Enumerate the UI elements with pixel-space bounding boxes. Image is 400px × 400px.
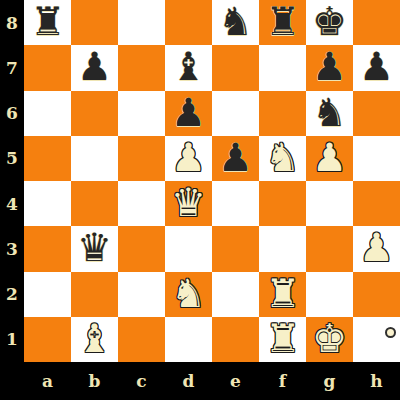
piece-white-king[interactable]: ♚ bbox=[312, 319, 347, 358]
square-e5[interactable]: ♟ bbox=[212, 136, 259, 181]
square-c5[interactable] bbox=[118, 136, 165, 181]
piece-black-knight[interactable]: ♞ bbox=[312, 93, 347, 132]
piece-black-king[interactable]: ♚ bbox=[312, 2, 347, 41]
square-f1[interactable]: ♜ bbox=[259, 317, 306, 362]
square-g2[interactable] bbox=[306, 272, 353, 317]
file-label-a: a bbox=[24, 362, 71, 400]
square-a7[interactable] bbox=[24, 45, 71, 90]
square-c3[interactable] bbox=[118, 226, 165, 271]
square-g3[interactable] bbox=[306, 226, 353, 271]
piece-black-queen[interactable]: ♛ bbox=[77, 228, 112, 267]
square-a8[interactable]: ♜ bbox=[24, 0, 71, 45]
square-a6[interactable] bbox=[24, 91, 71, 136]
file-label-b: b bbox=[71, 362, 118, 400]
square-b8[interactable] bbox=[71, 0, 118, 45]
square-f8[interactable]: ♜ bbox=[259, 0, 306, 45]
piece-black-pawn[interactable]: ♟ bbox=[77, 47, 112, 86]
piece-black-knight[interactable]: ♞ bbox=[218, 2, 253, 41]
square-f7[interactable] bbox=[259, 45, 306, 90]
square-e1[interactable] bbox=[212, 317, 259, 362]
rank-label-1: 1 bbox=[0, 317, 24, 362]
piece-black-rook[interactable]: ♜ bbox=[30, 2, 65, 41]
square-b3[interactable]: ♛ bbox=[71, 226, 118, 271]
square-e6[interactable] bbox=[212, 91, 259, 136]
file-label-c: c bbox=[118, 362, 165, 400]
square-f4[interactable] bbox=[259, 181, 306, 226]
rank-labels: 87654321 bbox=[0, 0, 24, 362]
piece-white-pawn[interactable]: ♟ bbox=[312, 138, 347, 177]
piece-white-knight[interactable]: ♞ bbox=[265, 138, 300, 177]
square-d5[interactable]: ♟ bbox=[165, 136, 212, 181]
square-a2[interactable] bbox=[24, 272, 71, 317]
file-label-e: e bbox=[212, 362, 259, 400]
rank-label-6: 6 bbox=[0, 91, 24, 136]
square-a5[interactable] bbox=[24, 136, 71, 181]
square-e8[interactable]: ♞ bbox=[212, 0, 259, 45]
rank-label-4: 4 bbox=[0, 181, 24, 226]
square-a1[interactable] bbox=[24, 317, 71, 362]
square-f6[interactable] bbox=[259, 91, 306, 136]
rank-label-8: 8 bbox=[0, 0, 24, 45]
square-b6[interactable] bbox=[71, 91, 118, 136]
square-h7[interactable]: ♟ bbox=[353, 45, 400, 90]
piece-black-pawn[interactable]: ♟ bbox=[171, 93, 206, 132]
square-e3[interactable] bbox=[212, 226, 259, 271]
square-a4[interactable] bbox=[24, 181, 71, 226]
file-label-f: f bbox=[259, 362, 306, 400]
file-label-g: g bbox=[306, 362, 353, 400]
file-labels: abcdefgh bbox=[24, 362, 400, 400]
square-d2[interactable]: ♞ bbox=[165, 272, 212, 317]
square-b4[interactable] bbox=[71, 181, 118, 226]
square-c1[interactable] bbox=[118, 317, 165, 362]
square-g4[interactable] bbox=[306, 181, 353, 226]
square-d3[interactable] bbox=[165, 226, 212, 271]
piece-white-knight[interactable]: ♞ bbox=[171, 274, 206, 313]
square-b5[interactable] bbox=[71, 136, 118, 181]
square-b1[interactable]: ♝ bbox=[71, 317, 118, 362]
square-c6[interactable] bbox=[118, 91, 165, 136]
rank-label-2: 2 bbox=[0, 272, 24, 317]
square-e7[interactable] bbox=[212, 45, 259, 90]
square-c8[interactable] bbox=[118, 0, 165, 45]
square-d4[interactable]: ♛ bbox=[165, 181, 212, 226]
square-b7[interactable]: ♟ bbox=[71, 45, 118, 90]
square-d7[interactable]: ♝ bbox=[165, 45, 212, 90]
square-h3[interactable]: ♟ bbox=[353, 226, 400, 271]
square-f3[interactable] bbox=[259, 226, 306, 271]
square-h4[interactable] bbox=[353, 181, 400, 226]
square-h6[interactable] bbox=[353, 91, 400, 136]
square-e2[interactable] bbox=[212, 272, 259, 317]
square-e4[interactable] bbox=[212, 181, 259, 226]
piece-black-bishop[interactable]: ♝ bbox=[171, 47, 206, 86]
square-c7[interactable] bbox=[118, 45, 165, 90]
square-g8[interactable]: ♚ bbox=[306, 0, 353, 45]
rank-label-7: 7 bbox=[0, 45, 24, 90]
piece-white-pawn[interactable]: ♟ bbox=[359, 228, 394, 267]
square-c4[interactable] bbox=[118, 181, 165, 226]
square-d6[interactable]: ♟ bbox=[165, 91, 212, 136]
square-h2[interactable] bbox=[353, 272, 400, 317]
hint-dot bbox=[385, 327, 396, 338]
square-g7[interactable]: ♟ bbox=[306, 45, 353, 90]
piece-black-pawn[interactable]: ♟ bbox=[312, 47, 347, 86]
square-c2[interactable] bbox=[118, 272, 165, 317]
square-d1[interactable] bbox=[165, 317, 212, 362]
square-h8[interactable] bbox=[353, 0, 400, 45]
piece-white-rook[interactable]: ♜ bbox=[265, 319, 300, 358]
piece-white-queen[interactable]: ♛ bbox=[171, 183, 206, 222]
piece-white-pawn[interactable]: ♟ bbox=[171, 138, 206, 177]
square-b2[interactable] bbox=[71, 272, 118, 317]
square-h1[interactable] bbox=[353, 317, 400, 362]
chess-board[interactable]: ♜♞♜♚♟♝♟♟♟♞♟♟♞♟♛♛♟♞♜♝♜♚ bbox=[24, 0, 400, 362]
square-g6[interactable]: ♞ bbox=[306, 91, 353, 136]
square-f2[interactable]: ♜ bbox=[259, 272, 306, 317]
square-d8[interactable] bbox=[165, 0, 212, 45]
square-g5[interactable]: ♟ bbox=[306, 136, 353, 181]
rank-label-3: 3 bbox=[0, 226, 24, 271]
piece-white-bishop[interactable]: ♝ bbox=[77, 319, 112, 358]
piece-black-rook[interactable]: ♜ bbox=[265, 2, 300, 41]
piece-black-pawn[interactable]: ♟ bbox=[359, 47, 394, 86]
piece-black-pawn[interactable]: ♟ bbox=[218, 138, 253, 177]
square-f5[interactable]: ♞ bbox=[259, 136, 306, 181]
file-label-h: h bbox=[353, 362, 400, 400]
square-g1[interactable]: ♚ bbox=[306, 317, 353, 362]
file-label-d: d bbox=[165, 362, 212, 400]
piece-white-rook[interactable]: ♜ bbox=[265, 274, 300, 313]
rank-label-5: 5 bbox=[0, 136, 24, 181]
square-a3[interactable] bbox=[24, 226, 71, 271]
chess-board-screenshot: 87654321 ♜♞♜♚♟♝♟♟♟♞♟♟♞♟♛♛♟♞♜♝♜♚ abcdefgh bbox=[0, 0, 400, 400]
square-h5[interactable] bbox=[353, 136, 400, 181]
